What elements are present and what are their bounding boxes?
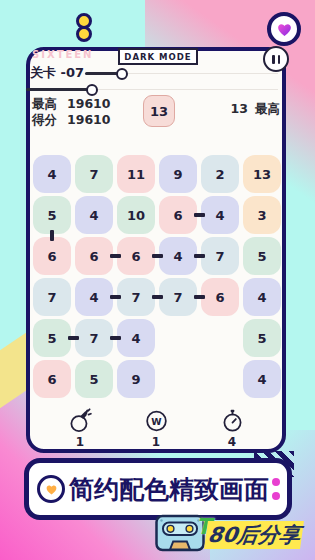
svg-text:W: W <box>151 416 161 427</box>
tile[interactable]: 9 <box>117 360 155 398</box>
game-panel: SIXTEEN DARK MODE 关卡 -07 最高 19610 得分 196… <box>26 47 286 453</box>
powerup-w[interactable]: W 1 <box>134 407 178 449</box>
secondary-progress-knob[interactable] <box>86 84 98 96</box>
tile[interactable]: 4 <box>243 360 281 398</box>
tile[interactable]: 6 <box>159 196 197 234</box>
secondary-progress-line <box>26 88 88 91</box>
right-best-row: 13 最高 <box>231 101 280 118</box>
pause-button[interactable] <box>263 46 289 72</box>
heart-icon <box>45 483 58 496</box>
promo-banner: 简约配色精致画面 <box>24 458 292 520</box>
tile[interactable]: 4 <box>201 196 239 234</box>
tile[interactable]: 5 <box>243 319 281 357</box>
tile[interactable]: 4 <box>33 155 71 193</box>
tile-grid: 47119213541064366647574776457456594 <box>33 155 281 398</box>
minus-link-v <box>50 230 54 241</box>
heart-badge[interactable] <box>267 12 301 46</box>
minus-link-h <box>194 254 205 258</box>
tile[interactable]: 4 <box>243 278 281 316</box>
powerup-bar: 1 W 1 4 <box>58 407 254 449</box>
tile[interactable]: 4 <box>159 237 197 275</box>
minus-link-h <box>194 295 205 299</box>
stopwatch-count: 4 <box>228 435 236 449</box>
minus-link-h <box>152 254 163 258</box>
tile[interactable]: 7 <box>75 319 113 357</box>
tile[interactable]: 4 <box>75 278 113 316</box>
minus-link-h <box>110 254 121 258</box>
minus-link-h <box>110 295 121 299</box>
empty-cell <box>159 360 197 398</box>
banner-heart-circle <box>37 475 65 503</box>
tile[interactable]: 6 <box>75 237 113 275</box>
banner-dots-decor <box>272 478 280 500</box>
powerup-bomb[interactable]: 1 <box>58 407 102 449</box>
tile[interactable]: 3 <box>243 196 281 234</box>
tile[interactable]: 7 <box>33 278 71 316</box>
level-label: 关卡 -07 <box>30 64 84 82</box>
best-score-row: 最高 19610 <box>32 96 111 113</box>
tile[interactable]: 6 <box>33 360 71 398</box>
minus-link-h <box>68 336 79 340</box>
bomb-icon <box>67 407 94 434</box>
score-label: 得分 <box>32 112 57 129</box>
tile[interactable]: 11 <box>117 155 155 193</box>
tile[interactable]: 6 <box>117 237 155 275</box>
tile[interactable]: 6 <box>33 237 71 275</box>
tile[interactable]: 7 <box>75 155 113 193</box>
current-score-row: 得分 19610 <box>32 112 111 129</box>
heart-icon <box>276 21 293 38</box>
best-label: 最高 <box>32 96 57 113</box>
minus-link-h <box>152 295 163 299</box>
minus-link-h <box>194 213 205 217</box>
score-value: 19610 <box>67 112 111 129</box>
best-value: 19610 <box>67 96 111 113</box>
site-watermark: 80后分享 <box>204 521 304 549</box>
tile[interactable]: 5 <box>33 196 71 234</box>
next-tile-preview: 13 <box>143 95 175 127</box>
empty-cell <box>159 319 197 357</box>
tile[interactable]: 4 <box>75 196 113 234</box>
right-best-label: 最高 <box>255 101 280 118</box>
empty-cell <box>201 319 239 357</box>
tile[interactable]: 7 <box>117 278 155 316</box>
tile[interactable]: 5 <box>75 360 113 398</box>
tile[interactable]: 7 <box>201 237 239 275</box>
bomb-count: 1 <box>76 435 84 449</box>
right-best-value: 13 <box>231 101 248 118</box>
game-title-watermark: SIXTEEN <box>32 49 94 60</box>
secondary-progress-track <box>98 89 278 91</box>
pause-icon <box>272 55 275 64</box>
tile[interactable]: 13 <box>243 155 281 193</box>
banner-text: 简约配色精致画面 <box>69 473 269 506</box>
dark-mode-button[interactable]: DARK MODE <box>118 48 198 65</box>
tile[interactable]: 5 <box>33 319 71 357</box>
tile[interactable]: 7 <box>159 278 197 316</box>
powerup-stopwatch[interactable]: 4 <box>210 407 254 449</box>
letter-w-icon: W <box>143 407 170 434</box>
tile[interactable]: 10 <box>117 196 155 234</box>
tile[interactable]: 4 <box>117 319 155 357</box>
level-progress-track <box>127 73 278 75</box>
level-progress-line <box>85 72 118 75</box>
decor-dot <box>76 26 92 42</box>
level-progress-knob[interactable] <box>116 68 128 80</box>
dark-mode-label: DARK MODE <box>124 52 191 62</box>
minus-link-h <box>110 336 121 340</box>
empty-cell <box>201 360 239 398</box>
w-count: 1 <box>152 435 160 449</box>
tile[interactable]: 5 <box>243 237 281 275</box>
tile[interactable]: 9 <box>159 155 197 193</box>
tile[interactable]: 2 <box>201 155 239 193</box>
stopwatch-icon <box>219 407 246 434</box>
tile[interactable]: 6 <box>201 278 239 316</box>
pause-icon <box>278 55 281 64</box>
